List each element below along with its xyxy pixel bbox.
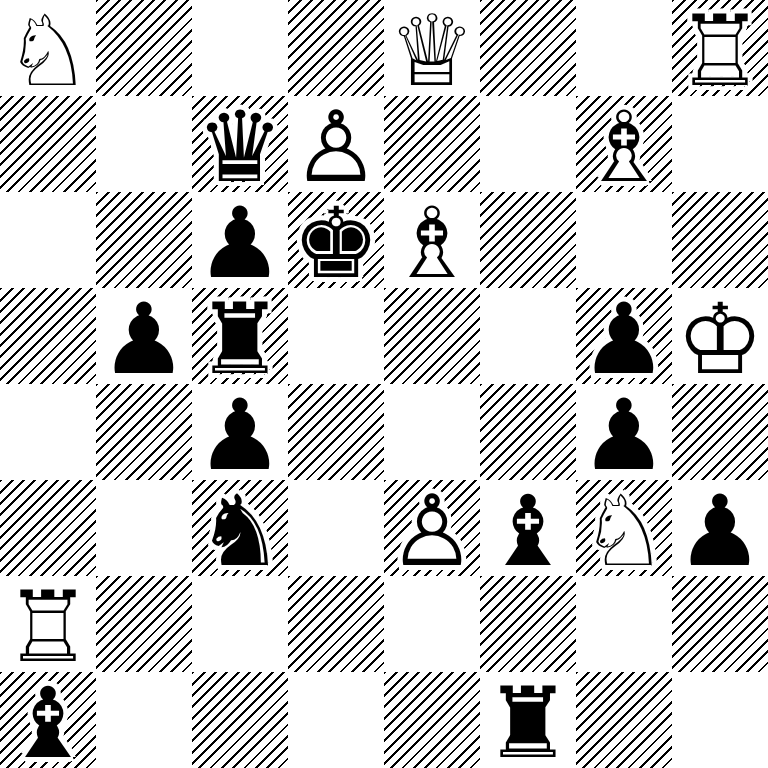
white-pawn-icon: ♙ <box>384 483 480 579</box>
square-c4[interactable]: ♟♟ <box>192 384 288 480</box>
square-e6[interactable]: ♝♗ <box>384 192 480 288</box>
square-c5[interactable]: ♜♜ <box>192 288 288 384</box>
square-f4[interactable] <box>480 384 576 480</box>
black-king-d6[interactable]: ♚♚ <box>288 192 384 288</box>
black-king-icon: ♚ <box>288 195 384 291</box>
black-pawn-icon: ♟ <box>672 483 768 579</box>
white-knight-g3[interactable]: ♞♘ <box>576 480 672 576</box>
black-pawn-icon: ♟ <box>576 291 672 387</box>
chess-board: ♞♘♛♕♜♖♛♛♟♙♝♗♟♟♚♚♝♗♟♟♜♜♟♟♚♔♟♟♟♟♞♞♟♙♝♝♞♘♟♟… <box>0 0 768 768</box>
white-knight-icon: ♘ <box>576 483 672 579</box>
square-e5[interactable] <box>384 288 480 384</box>
square-h4[interactable] <box>672 384 768 480</box>
square-e8[interactable]: ♛♕ <box>384 0 480 96</box>
square-f1[interactable]: ♜♜ <box>480 672 576 768</box>
white-knight-icon: ♘ <box>0 3 96 99</box>
square-e1[interactable] <box>384 672 480 768</box>
square-g1[interactable] <box>576 672 672 768</box>
black-pawn-c4[interactable]: ♟♟ <box>192 384 288 480</box>
white-pawn-e3[interactable]: ♟♙ <box>384 480 480 576</box>
square-f3[interactable]: ♝♝ <box>480 480 576 576</box>
white-bishop-icon: ♗ <box>384 195 480 291</box>
square-a1[interactable]: ♝♝ <box>0 672 96 768</box>
white-bishop-e6[interactable]: ♝♗ <box>384 192 480 288</box>
square-a3[interactable] <box>0 480 96 576</box>
white-bishop-g7[interactable]: ♝♗ <box>576 96 672 192</box>
black-queen-icon: ♛ <box>192 99 288 195</box>
square-f6[interactable] <box>480 192 576 288</box>
square-g3[interactable]: ♞♘ <box>576 480 672 576</box>
square-b2[interactable] <box>96 576 192 672</box>
square-h7[interactable] <box>672 96 768 192</box>
black-bishop-f3[interactable]: ♝♝ <box>480 480 576 576</box>
square-h3[interactable]: ♟♟ <box>672 480 768 576</box>
square-d6[interactable]: ♚♚ <box>288 192 384 288</box>
black-pawn-icon: ♟ <box>576 387 672 483</box>
black-queen-c7[interactable]: ♛♛ <box>192 96 288 192</box>
square-g6[interactable] <box>576 192 672 288</box>
square-c1[interactable] <box>192 672 288 768</box>
square-d5[interactable] <box>288 288 384 384</box>
square-e2[interactable] <box>384 576 480 672</box>
square-a4[interactable] <box>0 384 96 480</box>
square-f5[interactable] <box>480 288 576 384</box>
square-g8[interactable] <box>576 0 672 96</box>
black-pawn-icon: ♟ <box>192 195 288 291</box>
square-h2[interactable] <box>672 576 768 672</box>
square-a8[interactable]: ♞♘ <box>0 0 96 96</box>
square-f2[interactable] <box>480 576 576 672</box>
black-bishop-a1[interactable]: ♝♝ <box>0 672 96 768</box>
black-knight-c3[interactable]: ♞♞ <box>192 480 288 576</box>
square-g5[interactable]: ♟♟ <box>576 288 672 384</box>
square-d1[interactable] <box>288 672 384 768</box>
black-pawn-c6[interactable]: ♟♟ <box>192 192 288 288</box>
white-queen-e8[interactable]: ♛♕ <box>384 0 480 96</box>
square-f8[interactable] <box>480 0 576 96</box>
square-a6[interactable] <box>0 192 96 288</box>
square-g2[interactable] <box>576 576 672 672</box>
square-b1[interactable] <box>96 672 192 768</box>
square-h5[interactable]: ♚♔ <box>672 288 768 384</box>
black-knight-icon: ♞ <box>192 483 288 579</box>
white-king-h5[interactable]: ♚♔ <box>672 288 768 384</box>
white-king-icon: ♔ <box>672 291 768 387</box>
square-c8[interactable] <box>192 0 288 96</box>
black-rook-icon: ♜ <box>480 675 576 768</box>
black-pawn-g4[interactable]: ♟♟ <box>576 384 672 480</box>
black-bishop-icon: ♝ <box>480 483 576 579</box>
square-a2[interactable]: ♜♖ <box>0 576 96 672</box>
black-rook-c5[interactable]: ♜♜ <box>192 288 288 384</box>
square-b6[interactable] <box>96 192 192 288</box>
white-bishop-icon: ♗ <box>576 99 672 195</box>
square-e3[interactable]: ♟♙ <box>384 480 480 576</box>
square-a5[interactable] <box>0 288 96 384</box>
square-c3[interactable]: ♞♞ <box>192 480 288 576</box>
black-bishop-icon: ♝ <box>0 675 96 768</box>
black-rook-icon: ♜ <box>192 291 288 387</box>
black-pawn-icon: ♟ <box>192 387 288 483</box>
square-c6[interactable]: ♟♟ <box>192 192 288 288</box>
square-g7[interactable]: ♝♗ <box>576 96 672 192</box>
white-rook-a2[interactable]: ♜♖ <box>0 576 96 672</box>
square-d8[interactable] <box>288 0 384 96</box>
black-pawn-g5[interactable]: ♟♟ <box>576 288 672 384</box>
square-d7[interactable]: ♟♙ <box>288 96 384 192</box>
white-queen-icon: ♕ <box>384 3 480 99</box>
white-rook-h8[interactable]: ♜♖ <box>672 0 768 96</box>
square-e4[interactable] <box>384 384 480 480</box>
black-pawn-b5[interactable]: ♟♟ <box>96 288 192 384</box>
square-b5[interactable]: ♟♟ <box>96 288 192 384</box>
white-rook-icon: ♖ <box>0 579 96 675</box>
square-c7[interactable]: ♛♛ <box>192 96 288 192</box>
square-g4[interactable]: ♟♟ <box>576 384 672 480</box>
black-pawn-h3[interactable]: ♟♟ <box>672 480 768 576</box>
square-b3[interactable] <box>96 480 192 576</box>
square-c2[interactable] <box>192 576 288 672</box>
black-pawn-icon: ♟ <box>96 291 192 387</box>
square-d3[interactable] <box>288 480 384 576</box>
white-pawn-icon: ♙ <box>288 99 384 195</box>
black-rook-f1[interactable]: ♜♜ <box>480 672 576 768</box>
square-d2[interactable] <box>288 576 384 672</box>
square-b4[interactable] <box>96 384 192 480</box>
white-pawn-d7[interactable]: ♟♙ <box>288 96 384 192</box>
square-e7[interactable] <box>384 96 480 192</box>
square-h1[interactable] <box>672 672 768 768</box>
square-d4[interactable] <box>288 384 384 480</box>
square-h8[interactable]: ♜♖ <box>672 0 768 96</box>
white-rook-icon: ♖ <box>672 3 768 99</box>
white-knight-a8[interactable]: ♞♘ <box>0 0 96 96</box>
square-h6[interactable] <box>672 192 768 288</box>
square-b7[interactable] <box>96 96 192 192</box>
square-a7[interactable] <box>0 96 96 192</box>
square-b8[interactable] <box>96 0 192 96</box>
square-f7[interactable] <box>480 96 576 192</box>
